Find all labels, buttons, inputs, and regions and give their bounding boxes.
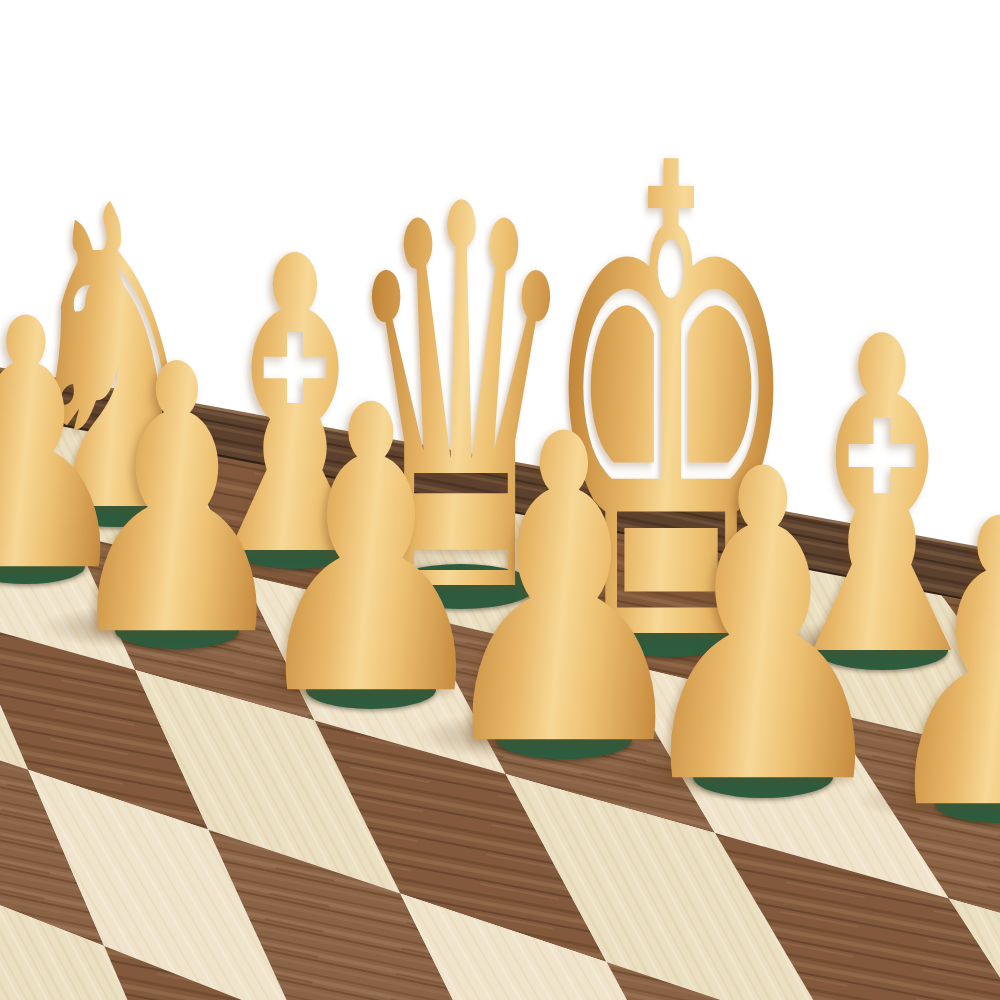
chess-set-photo-scene: ♞♝♟♛♟♚♝♟♟♟♟ bbox=[0, 0, 1000, 1000]
white-pawn-glyph: ♟ bbox=[873, 469, 1000, 864]
